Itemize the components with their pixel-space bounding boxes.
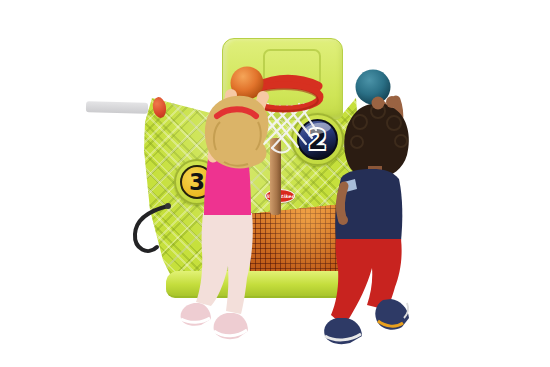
boy-shirt — [335, 169, 402, 241]
girl-figure — [181, 89, 269, 339]
product-photo-scene: 3 2 little tikes — [0, 0, 550, 367]
boy-figure — [324, 70, 409, 345]
boy-lowered-arm — [340, 186, 344, 218]
boy-lowered-hand — [338, 215, 348, 225]
boy-left-hand — [372, 97, 385, 110]
boy-right-hand — [386, 96, 398, 108]
pump-hose — [135, 203, 171, 251]
figures-overlay — [0, 0, 550, 367]
girl-right-hand — [257, 91, 269, 103]
girl-pants — [196, 213, 253, 314]
